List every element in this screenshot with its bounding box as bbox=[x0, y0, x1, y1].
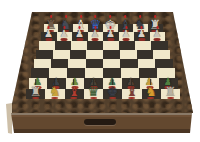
square-a7[interactable]: ♟ bbox=[41, 32, 57, 41]
square-a4[interactable] bbox=[34, 59, 51, 69]
north-pawn-a7[interactable]: ♟ bbox=[44, 26, 53, 41]
square-g7[interactable]: ♟ bbox=[134, 32, 150, 41]
rank-row-4 bbox=[34, 59, 173, 69]
square-d6[interactable] bbox=[87, 41, 103, 50]
south-rook-h1[interactable]: ♜ bbox=[165, 79, 177, 100]
square-b5[interactable] bbox=[53, 50, 70, 59]
south-queen-d1[interactable]: ♛ bbox=[88, 79, 100, 100]
square-h6[interactable] bbox=[151, 41, 167, 50]
square-h1[interactable]: ♜ bbox=[161, 89, 180, 100]
square-a5[interactable] bbox=[36, 50, 53, 59]
rank-row-7: ♟♟♟♟♟♟♟♟ bbox=[41, 32, 165, 41]
rank-row-6 bbox=[39, 41, 168, 50]
square-e1[interactable]: ♚ bbox=[103, 89, 122, 100]
photo-background: ♜♞♝♛♚♝♞♜♟♟♟♟♟♟♟♟♟♟♟♟♟♟♟♟♜♞♝♛♚♝♞♜ bbox=[0, 0, 200, 142]
square-e7[interactable]: ♟ bbox=[103, 32, 119, 41]
chess-board: ♜♞♝♛♚♝♞♜♟♟♟♟♟♟♟♟♟♟♟♟♟♟♟♟♜♞♝♛♚♝♞♜ bbox=[0, 24, 200, 99]
figurine-base bbox=[109, 97, 116, 100]
north-pawn-h7[interactable]: ♟ bbox=[153, 26, 162, 41]
figurine-base bbox=[128, 97, 135, 100]
figurine-base bbox=[51, 97, 58, 100]
square-f5[interactable] bbox=[120, 50, 137, 59]
square-f6[interactable] bbox=[119, 41, 135, 50]
north-pawn-f7[interactable]: ♟ bbox=[122, 26, 131, 41]
figurine-base bbox=[32, 97, 39, 100]
square-f1[interactable]: ♝ bbox=[122, 89, 141, 100]
north-pawn-c7[interactable]: ♟ bbox=[75, 26, 84, 41]
south-bishop-f1[interactable]: ♝ bbox=[126, 79, 138, 100]
square-f7[interactable]: ♟ bbox=[119, 32, 135, 41]
north-pawn-b7[interactable]: ♟ bbox=[60, 26, 69, 41]
square-h5[interactable] bbox=[153, 50, 170, 59]
square-d4[interactable] bbox=[86, 59, 103, 69]
square-h4[interactable] bbox=[155, 59, 172, 69]
square-c7[interactable]: ♟ bbox=[72, 32, 88, 41]
south-rook-a1[interactable]: ♜ bbox=[30, 79, 42, 100]
south-knight-g1[interactable]: ♞ bbox=[145, 79, 157, 100]
square-c6[interactable] bbox=[71, 41, 87, 50]
south-king-e1[interactable]: ♚ bbox=[107, 79, 119, 100]
north-pawn-g7[interactable]: ♟ bbox=[137, 26, 146, 41]
square-d7[interactable]: ♟ bbox=[88, 32, 104, 41]
square-c1[interactable]: ♝ bbox=[65, 89, 84, 100]
square-g6[interactable] bbox=[135, 41, 151, 50]
figurine-base bbox=[90, 97, 97, 100]
north-pawn-e7[interactable]: ♟ bbox=[106, 26, 115, 41]
south-knight-b1[interactable]: ♞ bbox=[49, 79, 61, 100]
square-d1[interactable]: ♛ bbox=[84, 89, 103, 100]
square-a6[interactable] bbox=[39, 41, 55, 50]
square-c5[interactable] bbox=[70, 50, 87, 59]
square-e5[interactable] bbox=[103, 50, 120, 59]
square-b1[interactable]: ♞ bbox=[45, 89, 64, 100]
square-f4[interactable] bbox=[120, 59, 137, 69]
square-b7[interactable]: ♟ bbox=[57, 32, 73, 41]
box-left-edge bbox=[6, 100, 12, 134]
figurine-base bbox=[148, 97, 155, 100]
square-c4[interactable] bbox=[68, 59, 85, 69]
square-g5[interactable] bbox=[137, 50, 154, 59]
figurine-base bbox=[71, 97, 78, 100]
square-h7[interactable]: ♟ bbox=[150, 32, 166, 41]
square-g4[interactable] bbox=[138, 59, 155, 69]
square-e4[interactable] bbox=[103, 59, 120, 69]
south-bishop-c1[interactable]: ♝ bbox=[68, 79, 80, 100]
north-pawn-d7[interactable]: ♟ bbox=[91, 26, 100, 41]
square-b6[interactable] bbox=[55, 41, 71, 50]
square-g1[interactable]: ♞ bbox=[142, 89, 161, 100]
square-d5[interactable] bbox=[86, 50, 103, 59]
rank-row-5 bbox=[36, 50, 170, 59]
figurine-base bbox=[167, 97, 174, 100]
square-a1[interactable]: ♜ bbox=[26, 89, 45, 100]
square-e6[interactable] bbox=[103, 41, 119, 50]
square-b4[interactable] bbox=[51, 59, 68, 69]
drawer-handle[interactable] bbox=[84, 119, 116, 125]
rank-row-1: ♜♞♝♛♚♝♞♜ bbox=[26, 89, 180, 100]
